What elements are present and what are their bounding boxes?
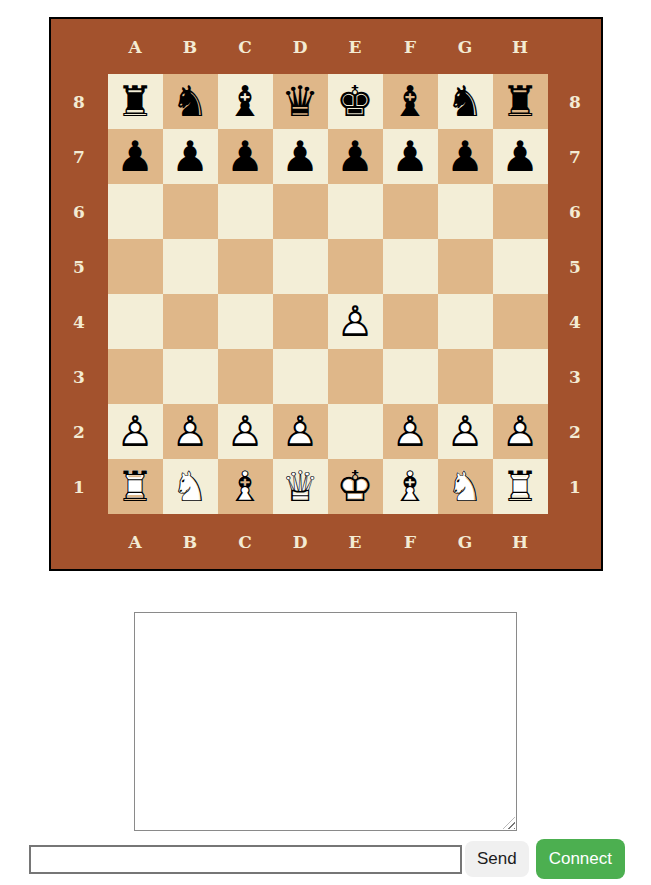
square-e2[interactable] — [328, 404, 383, 459]
black-pawn-glyph: ♟︎ — [171, 136, 209, 178]
square-c5[interactable] — [218, 239, 273, 294]
file-label-bottom-a: A — [108, 514, 163, 569]
square-h2[interactable]: ♟︎♙ — [493, 404, 548, 459]
rank-label-left-4-label: 4 — [73, 312, 85, 332]
white-pawn[interactable]: ♟︎♙ — [493, 404, 548, 459]
file-label-bottom-c-label: C — [238, 532, 252, 552]
file-label-bottom-f-label: F — [404, 532, 416, 552]
white-pawn-outline: ♙ — [336, 301, 374, 343]
square-a7[interactable]: ♟︎ — [108, 129, 163, 184]
square-b8[interactable]: ♞ — [163, 74, 218, 129]
file-label-top-c: C — [218, 19, 273, 74]
board-frame-corner — [51, 19, 108, 74]
rank-label-left-3: 3 — [51, 349, 108, 404]
white-pawn[interactable]: ♟︎♙ — [108, 404, 163, 459]
rank-label-right-4-label: 4 — [569, 312, 581, 332]
white-bishop[interactable]: ♝♗ — [218, 459, 273, 514]
square-a4[interactable] — [108, 294, 163, 349]
file-label-bottom-h-label: H — [512, 532, 528, 552]
rank-label-left-8: 8 — [51, 74, 108, 129]
square-d1[interactable]: ♛♕ — [273, 459, 328, 514]
black-bishop-glyph: ♝ — [391, 81, 429, 123]
board-frame-corner — [51, 514, 108, 569]
white-knight-outline: ♘ — [171, 466, 209, 508]
rank-label-right-2: 2 — [548, 404, 603, 459]
black-pawn[interactable]: ♟︎ — [218, 129, 273, 184]
square-c3[interactable] — [218, 349, 273, 404]
file-label-bottom-g-label: G — [458, 532, 473, 552]
square-h5[interactable] — [493, 239, 548, 294]
file-label-bottom-d: D — [273, 514, 328, 569]
white-rook-outline: ♖ — [116, 466, 154, 508]
white-pawn-outline: ♙ — [116, 411, 154, 453]
file-label-bottom-a-label: A — [128, 532, 141, 552]
black-bishop[interactable]: ♝ — [383, 74, 438, 129]
black-rook-glyph: ♜ — [116, 81, 154, 123]
square-c6[interactable] — [218, 184, 273, 239]
square-f4[interactable] — [383, 294, 438, 349]
rank-label-left-4: 4 — [51, 294, 108, 349]
rank-label-left-2-label: 2 — [73, 422, 85, 442]
square-d2[interactable]: ♟︎♙ — [273, 404, 328, 459]
white-rook[interactable]: ♜♖ — [108, 459, 163, 514]
file-label-top-e-label: E — [349, 37, 362, 57]
rank-label-right-4: 4 — [548, 294, 603, 349]
square-g8[interactable]: ♞ — [438, 74, 493, 129]
black-bishop-glyph: ♝ — [226, 81, 264, 123]
file-label-top-d: D — [273, 19, 328, 74]
square-g6[interactable] — [438, 184, 493, 239]
file-label-top-g-label: G — [458, 37, 473, 57]
square-h8[interactable]: ♜ — [493, 74, 548, 129]
square-h7[interactable]: ♟︎ — [493, 129, 548, 184]
white-pawn[interactable]: ♟︎♙ — [438, 404, 493, 459]
black-knight[interactable]: ♞ — [163, 74, 218, 129]
white-pawn[interactable]: ♟︎♙ — [328, 294, 383, 349]
square-f2[interactable]: ♟︎♙ — [383, 404, 438, 459]
chat-log[interactable] — [134, 612, 517, 831]
black-bishop[interactable]: ♝ — [218, 74, 273, 129]
square-a8[interactable]: ♜ — [108, 74, 163, 129]
black-knight-glyph: ♞ — [171, 81, 209, 123]
file-label-top-a: A — [108, 19, 163, 74]
square-d3[interactable] — [273, 349, 328, 404]
rank-label-right-5-label: 5 — [569, 257, 581, 277]
white-rook[interactable]: ♜♖ — [493, 459, 548, 514]
file-label-bottom-e-label: E — [349, 532, 362, 552]
file-label-bottom-c: C — [218, 514, 273, 569]
rank-label-left-7-label: 7 — [73, 147, 85, 167]
chess-board: ABCDEFGH8♜♞♝♛♚♝♞♜87♟︎♟︎♟︎♟︎♟︎♟︎♟︎♟︎76655… — [49, 17, 603, 571]
file-label-top-g: G — [438, 19, 493, 74]
white-bishop[interactable]: ♝♗ — [383, 459, 438, 514]
square-d7[interactable]: ♟︎ — [273, 129, 328, 184]
square-f5[interactable] — [383, 239, 438, 294]
rank-label-left-3-label: 3 — [73, 367, 85, 387]
rank-label-right-1-label: 1 — [569, 477, 581, 497]
square-c4[interactable] — [218, 294, 273, 349]
file-label-bottom-h: H — [493, 514, 548, 569]
square-g7[interactable]: ♟︎ — [438, 129, 493, 184]
black-rook[interactable]: ♜ — [493, 74, 548, 129]
square-e8[interactable]: ♚ — [328, 74, 383, 129]
black-knight[interactable]: ♞ — [438, 74, 493, 129]
square-e4[interactable]: ♟︎♙ — [328, 294, 383, 349]
black-pawn-glyph: ♟︎ — [116, 136, 154, 178]
send-row: Send Connect — [29, 839, 625, 879]
rank-label-left-8-label: 8 — [73, 92, 85, 112]
square-a1[interactable]: ♜♖ — [108, 459, 163, 514]
black-pawn-glyph: ♟︎ — [501, 136, 539, 178]
rank-label-right-5: 5 — [548, 239, 603, 294]
chat-input[interactable] — [29, 845, 462, 874]
send-button[interactable]: Send — [465, 841, 529, 877]
square-b5[interactable] — [163, 239, 218, 294]
black-pawn-glyph: ♟︎ — [281, 136, 319, 178]
rank-label-left-1-label: 1 — [73, 477, 85, 497]
rank-label-left-5: 5 — [51, 239, 108, 294]
board-frame-corner — [548, 514, 603, 569]
rank-label-right-8: 8 — [548, 74, 603, 129]
rank-label-right-7: 7 — [548, 129, 603, 184]
white-pawn[interactable]: ♟︎♙ — [163, 404, 218, 459]
square-a3[interactable] — [108, 349, 163, 404]
white-pawn-outline: ♙ — [501, 411, 539, 453]
rank-label-left-7: 7 — [51, 129, 108, 184]
square-b7[interactable]: ♟︎ — [163, 129, 218, 184]
file-label-top-f-label: F — [404, 37, 416, 57]
rank-label-right-8-label: 8 — [569, 92, 581, 112]
black-queen-glyph: ♛ — [281, 81, 319, 123]
white-pawn-outline: ♙ — [171, 411, 209, 453]
rank-label-right-6: 6 — [548, 184, 603, 239]
white-pawn-outline: ♙ — [391, 411, 429, 453]
square-b1[interactable]: ♞♘ — [163, 459, 218, 514]
white-rook-outline: ♖ — [501, 466, 539, 508]
square-b2[interactable]: ♟︎♙ — [163, 404, 218, 459]
chat-log-wrap — [134, 612, 517, 831]
black-pawn[interactable]: ♟︎ — [273, 129, 328, 184]
square-e3[interactable] — [328, 349, 383, 404]
white-queen-outline: ♕ — [281, 466, 319, 508]
square-g4[interactable] — [438, 294, 493, 349]
square-e1[interactable]: ♚♔ — [328, 459, 383, 514]
white-pawn-outline: ♙ — [446, 411, 484, 453]
white-pawn-outline: ♙ — [281, 411, 319, 453]
file-label-top-h-label: H — [512, 37, 528, 57]
black-king-glyph: ♚ — [336, 81, 374, 123]
square-a2[interactable]: ♟︎♙ — [108, 404, 163, 459]
square-g3[interactable] — [438, 349, 493, 404]
square-b4[interactable] — [163, 294, 218, 349]
black-pawn[interactable]: ♟︎ — [163, 129, 218, 184]
square-e6[interactable] — [328, 184, 383, 239]
black-pawn[interactable]: ♟︎ — [438, 129, 493, 184]
white-knight[interactable]: ♞♘ — [438, 459, 493, 514]
white-knight[interactable]: ♞♘ — [163, 459, 218, 514]
square-c7[interactable]: ♟︎ — [218, 129, 273, 184]
file-label-bottom-b-label: B — [183, 532, 197, 552]
square-f6[interactable] — [383, 184, 438, 239]
file-label-bottom-b: B — [163, 514, 218, 569]
file-label-top-h: H — [493, 19, 548, 74]
rank-label-left-6: 6 — [51, 184, 108, 239]
black-pawn-glyph: ♟︎ — [226, 136, 264, 178]
square-f3[interactable] — [383, 349, 438, 404]
black-rook[interactable]: ♜ — [108, 74, 163, 129]
square-e7[interactable]: ♟︎ — [328, 129, 383, 184]
file-label-top-b: B — [163, 19, 218, 74]
square-h6[interactable] — [493, 184, 548, 239]
file-label-top-e: E — [328, 19, 383, 74]
square-d6[interactable] — [273, 184, 328, 239]
file-label-bottom-d-label: D — [293, 532, 308, 552]
square-h1[interactable]: ♜♖ — [493, 459, 548, 514]
board-grid: ABCDEFGH8♜♞♝♛♚♝♞♜87♟︎♟︎♟︎♟︎♟︎♟︎♟︎♟︎76655… — [51, 19, 601, 569]
board-frame-corner — [548, 19, 603, 74]
white-pawn[interactable]: ♟︎♙ — [273, 404, 328, 459]
square-g2[interactable]: ♟︎♙ — [438, 404, 493, 459]
rank-label-left-5-label: 5 — [73, 257, 85, 277]
square-b3[interactable] — [163, 349, 218, 404]
black-king[interactable]: ♚ — [328, 74, 383, 129]
rank-label-left-2: 2 — [51, 404, 108, 459]
square-c1[interactable]: ♝♗ — [218, 459, 273, 514]
square-g5[interactable] — [438, 239, 493, 294]
rank-label-right-3: 3 — [548, 349, 603, 404]
file-label-bottom-g: G — [438, 514, 493, 569]
square-h3[interactable] — [493, 349, 548, 404]
square-f1[interactable]: ♝♗ — [383, 459, 438, 514]
white-bishop-outline: ♗ — [391, 466, 429, 508]
white-queen[interactable]: ♛♕ — [273, 459, 328, 514]
black-pawn-glyph: ♟︎ — [391, 136, 429, 178]
page: ABCDEFGH8♜♞♝♛♚♝♞♜87♟︎♟︎♟︎♟︎♟︎♟︎♟︎♟︎76655… — [0, 17, 651, 885]
white-king[interactable]: ♚♔ — [328, 459, 383, 514]
black-pawn[interactable]: ♟︎ — [493, 129, 548, 184]
rank-label-right-6-label: 6 — [569, 202, 581, 222]
square-e5[interactable] — [328, 239, 383, 294]
black-pawn-glyph: ♟︎ — [446, 136, 484, 178]
black-rook-glyph: ♜ — [501, 81, 539, 123]
black-pawn[interactable]: ♟︎ — [108, 129, 163, 184]
white-king-outline: ♔ — [336, 466, 374, 508]
square-d5[interactable] — [273, 239, 328, 294]
square-d8[interactable]: ♛ — [273, 74, 328, 129]
square-f8[interactable]: ♝ — [383, 74, 438, 129]
square-a6[interactable] — [108, 184, 163, 239]
square-c8[interactable]: ♝ — [218, 74, 273, 129]
white-pawn[interactable]: ♟︎♙ — [383, 404, 438, 459]
square-a5[interactable] — [108, 239, 163, 294]
white-pawn-outline: ♙ — [226, 411, 264, 453]
connect-button[interactable]: Connect — [536, 839, 625, 879]
square-h4[interactable] — [493, 294, 548, 349]
square-c2[interactable]: ♟︎♙ — [218, 404, 273, 459]
rank-label-left-6-label: 6 — [73, 202, 85, 222]
rank-label-right-7-label: 7 — [569, 147, 581, 167]
square-d4[interactable] — [273, 294, 328, 349]
black-pawn-glyph: ♟︎ — [336, 136, 374, 178]
square-g1[interactable]: ♞♘ — [438, 459, 493, 514]
file-label-top-a-label: A — [128, 37, 141, 57]
square-b6[interactable] — [163, 184, 218, 239]
black-queen[interactable]: ♛ — [273, 74, 328, 129]
file-label-bottom-e: E — [328, 514, 383, 569]
black-knight-glyph: ♞ — [446, 81, 484, 123]
file-label-top-b-label: B — [183, 37, 197, 57]
white-bishop-outline: ♗ — [226, 466, 264, 508]
rank-label-right-3-label: 3 — [569, 367, 581, 387]
rank-label-right-1: 1 — [548, 459, 603, 514]
file-label-bottom-f: F — [383, 514, 438, 569]
rank-label-right-2-label: 2 — [569, 422, 581, 442]
white-knight-outline: ♘ — [446, 466, 484, 508]
file-label-top-d-label: D — [293, 37, 308, 57]
file-label-top-f: F — [383, 19, 438, 74]
black-pawn[interactable]: ♟︎ — [328, 129, 383, 184]
white-pawn[interactable]: ♟︎♙ — [218, 404, 273, 459]
rank-label-left-1: 1 — [51, 459, 108, 514]
file-label-top-c-label: C — [238, 37, 252, 57]
square-f7[interactable]: ♟︎ — [383, 129, 438, 184]
black-pawn[interactable]: ♟︎ — [383, 129, 438, 184]
